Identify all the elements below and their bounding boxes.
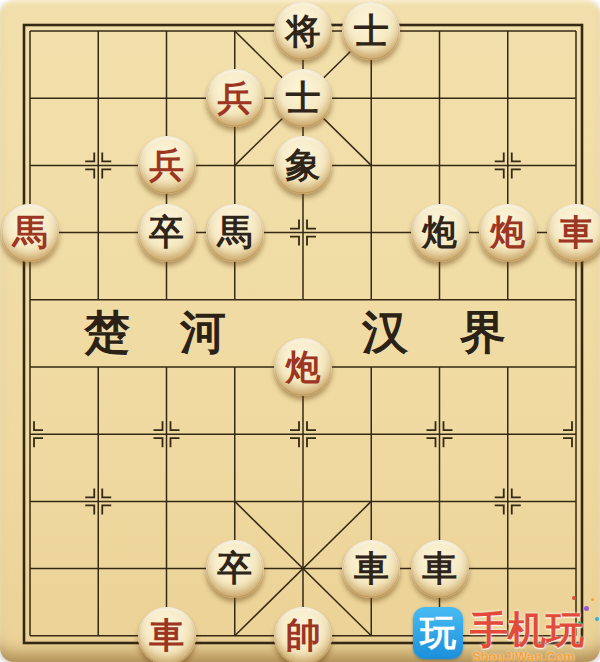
piece-red-cannon[interactable]: 炮 <box>479 204 537 262</box>
piece-black-elephant[interactable]: 象 <box>274 136 332 194</box>
confetti-dot <box>578 621 581 624</box>
pieces-layer: 将士兵士兵象馬卒馬炮炮車炮卒車車車帥 <box>0 0 600 662</box>
confetti-dot <box>584 606 589 611</box>
xiangqi-board-card: 楚 河 汉 界 将士兵士兵象馬卒馬炮炮車炮卒車車車帥 玩 手机玩 ShouJiW… <box>0 0 600 662</box>
piece-black-soldier[interactable]: 卒 <box>206 540 264 598</box>
watermark: 玩 手机玩 ShouJiWan.Com <box>412 605 600 662</box>
piece-black-cannon[interactable]: 炮 <box>411 204 469 262</box>
confetti-dot <box>595 617 599 621</box>
piece-red-soldier[interactable]: 兵 <box>206 69 264 127</box>
piece-black-soldier[interactable]: 卒 <box>138 204 196 262</box>
watermark-app-icon: 玩 <box>413 607 463 659</box>
piece-black-advisor[interactable]: 士 <box>274 69 332 127</box>
piece-black-advisor[interactable]: 士 <box>342 2 400 60</box>
confetti-dot <box>572 596 576 600</box>
piece-red-chariot[interactable]: 車 <box>138 607 196 662</box>
piece-red-general[interactable]: 帥 <box>274 607 332 662</box>
piece-black-general[interactable]: 将 <box>274 2 332 60</box>
piece-black-horse[interactable]: 馬 <box>206 204 264 262</box>
piece-red-horse[interactable]: 馬 <box>1 204 59 262</box>
confetti-dot <box>591 598 594 601</box>
piece-black-chariot[interactable]: 車 <box>342 540 400 598</box>
piece-black-chariot[interactable]: 車 <box>411 540 469 598</box>
piece-red-soldier[interactable]: 兵 <box>138 136 196 194</box>
piece-red-cannon[interactable]: 炮 <box>274 338 332 396</box>
watermark-subtitle: ShouJiWan.Com <box>472 649 575 662</box>
watermark-title: 手机玩 <box>470 611 584 649</box>
piece-red-chariot[interactable]: 車 <box>547 204 600 262</box>
